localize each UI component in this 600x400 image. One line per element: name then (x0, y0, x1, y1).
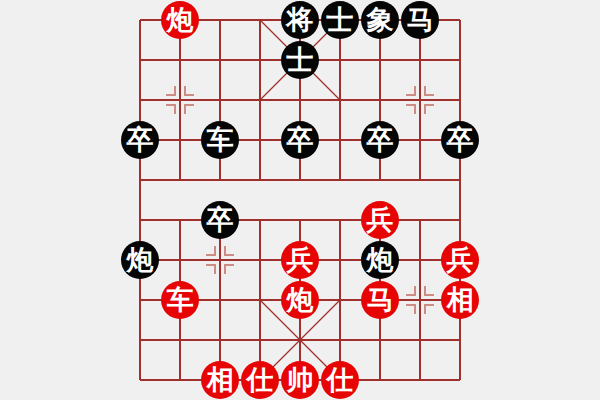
piece-red-cannon[interactable]: 炮 (281, 281, 319, 319)
xiangqi-app-background: 炮将士象马士卒车卒卒卒卒兵炮兵炮兵车炮马相相仕帅仕 (0, 0, 600, 400)
piece-black-general[interactable]: 将 (281, 1, 319, 39)
piece-black-soldier[interactable]: 卒 (121, 121, 159, 159)
piece-red-cannon[interactable]: 炮 (161, 1, 199, 39)
piece-black-soldier[interactable]: 卒 (281, 121, 319, 159)
piece-red-soldier[interactable]: 兵 (281, 241, 319, 279)
piece-black-soldier[interactable]: 卒 (201, 201, 239, 239)
piece-black-soldier[interactable]: 卒 (441, 121, 479, 159)
piece-grid: 炮将士象马士卒车卒卒卒卒兵炮兵炮兵车炮马相相仕帅仕 (120, 0, 480, 400)
piece-red-soldier[interactable]: 兵 (441, 241, 479, 279)
piece-black-cannon[interactable]: 炮 (121, 241, 159, 279)
piece-black-chariot[interactable]: 车 (201, 121, 239, 159)
piece-red-advisor[interactable]: 仕 (241, 361, 279, 399)
piece-red-chariot[interactable]: 车 (161, 281, 199, 319)
piece-black-elephant[interactable]: 象 (361, 1, 399, 39)
piece-red-elephant[interactable]: 相 (441, 281, 479, 319)
piece-red-advisor[interactable]: 仕 (321, 361, 359, 399)
piece-black-advisor[interactable]: 士 (321, 1, 359, 39)
piece-black-soldier[interactable]: 卒 (361, 121, 399, 159)
piece-black-horse[interactable]: 马 (401, 1, 439, 39)
piece-red-elephant[interactable]: 相 (201, 361, 239, 399)
piece-black-advisor[interactable]: 士 (281, 41, 319, 79)
piece-red-horse[interactable]: 马 (361, 281, 399, 319)
piece-red-soldier[interactable]: 兵 (361, 201, 399, 239)
piece-red-general[interactable]: 帅 (281, 361, 319, 399)
piece-black-cannon[interactable]: 炮 (361, 241, 399, 279)
